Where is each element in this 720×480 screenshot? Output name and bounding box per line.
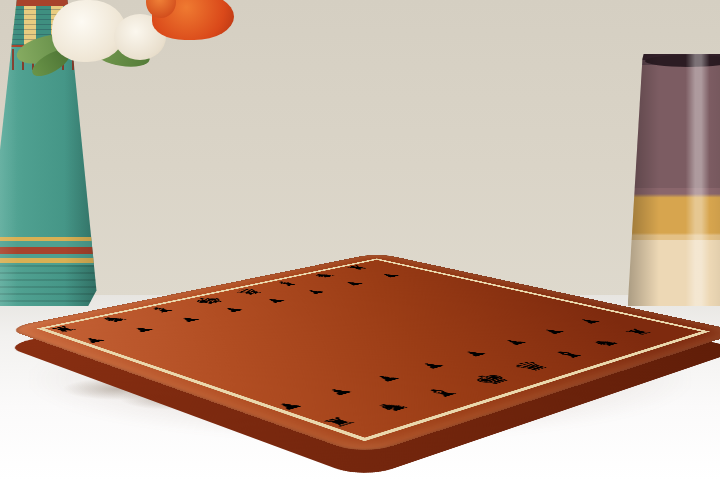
product-photo-scene: ♜♞♝♚♛♝♞♜♟♟♟♟♟♟♟♟♟♟♟♟♟♟♟♟♜♞♝♚♛♝♞♜ ♛ ♛ Che… bbox=[0, 0, 720, 480]
vase-gloss bbox=[628, 54, 720, 306]
white-bishop: ♝ bbox=[267, 279, 306, 288]
red-pawn: ♟ bbox=[573, 317, 606, 325]
square-d5 bbox=[372, 320, 454, 341]
flower-arrangement bbox=[0, 0, 260, 87]
white-rook: ♜ bbox=[46, 324, 83, 334]
ceramic-vase bbox=[628, 54, 720, 306]
